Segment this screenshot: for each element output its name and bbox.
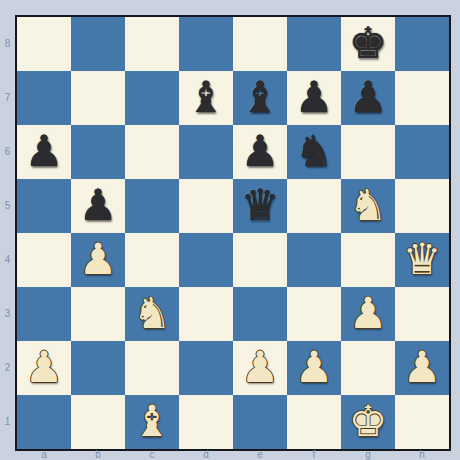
square-a4[interactable] bbox=[17, 233, 71, 287]
square-e4[interactable] bbox=[233, 233, 287, 287]
piece-black-pawn[interactable]: ♟ bbox=[17, 125, 71, 179]
square-f7[interactable]: ♟ bbox=[287, 71, 341, 125]
square-d2[interactable] bbox=[179, 341, 233, 395]
square-b2[interactable] bbox=[71, 341, 125, 395]
square-a3[interactable] bbox=[17, 287, 71, 341]
square-e8[interactable] bbox=[233, 17, 287, 71]
file-label-b: b bbox=[71, 449, 125, 460]
square-b4[interactable]: ♟ bbox=[71, 233, 125, 287]
square-c3[interactable]: ♞ bbox=[125, 287, 179, 341]
rank-label-4: 4 bbox=[0, 233, 15, 287]
rank-label-6: 6 bbox=[0, 125, 15, 179]
rank-label-5: 5 bbox=[0, 179, 15, 233]
piece-black-pawn[interactable]: ♟ bbox=[71, 179, 125, 233]
rank-label-2: 2 bbox=[0, 341, 15, 395]
square-c1[interactable]: ♝ bbox=[125, 395, 179, 449]
file-label-h: h bbox=[395, 449, 449, 460]
piece-black-king[interactable]: ♚ bbox=[341, 17, 395, 71]
square-e7[interactable]: ♝ bbox=[233, 71, 287, 125]
square-c4[interactable] bbox=[125, 233, 179, 287]
piece-white-pawn[interactable]: ♟ bbox=[17, 341, 71, 395]
square-f5[interactable] bbox=[287, 179, 341, 233]
square-e1[interactable] bbox=[233, 395, 287, 449]
square-a1[interactable] bbox=[17, 395, 71, 449]
rank-label-8: 8 bbox=[0, 17, 15, 71]
square-c6[interactable] bbox=[125, 125, 179, 179]
piece-white-knight[interactable]: ♞ bbox=[341, 179, 395, 233]
chess-app-window: 87654321 ♚♝♝♟♟♟♟♞♟♛♞♟♛♞♟♟♟♟♟♝♚ abcdefgh bbox=[0, 0, 460, 460]
piece-white-pawn[interactable]: ♟ bbox=[233, 341, 287, 395]
square-g1[interactable]: ♚ bbox=[341, 395, 395, 449]
piece-white-knight[interactable]: ♞ bbox=[125, 287, 179, 341]
square-f1[interactable] bbox=[287, 395, 341, 449]
square-h6[interactable] bbox=[395, 125, 449, 179]
square-b8[interactable] bbox=[71, 17, 125, 71]
square-c2[interactable] bbox=[125, 341, 179, 395]
square-g5[interactable]: ♞ bbox=[341, 179, 395, 233]
file-label-f: f bbox=[287, 449, 341, 460]
square-d3[interactable] bbox=[179, 287, 233, 341]
square-a5[interactable] bbox=[17, 179, 71, 233]
square-d8[interactable] bbox=[179, 17, 233, 71]
square-e6[interactable]: ♟ bbox=[233, 125, 287, 179]
rank-label-7: 7 bbox=[0, 71, 15, 125]
piece-black-bishop[interactable]: ♝ bbox=[179, 71, 233, 125]
square-a6[interactable]: ♟ bbox=[17, 125, 71, 179]
piece-black-pawn[interactable]: ♟ bbox=[341, 71, 395, 125]
square-c8[interactable] bbox=[125, 17, 179, 71]
rank-labels: 87654321 bbox=[0, 17, 15, 449]
square-a2[interactable]: ♟ bbox=[17, 341, 71, 395]
rank-label-3: 3 bbox=[0, 287, 15, 341]
file-label-c: c bbox=[125, 449, 179, 460]
square-h7[interactable] bbox=[395, 71, 449, 125]
piece-black-queen[interactable]: ♛ bbox=[233, 179, 287, 233]
piece-white-bishop[interactable]: ♝ bbox=[125, 395, 179, 449]
square-h3[interactable] bbox=[395, 287, 449, 341]
rank-label-1: 1 bbox=[0, 395, 15, 449]
square-b5[interactable]: ♟ bbox=[71, 179, 125, 233]
piece-black-bishop[interactable]: ♝ bbox=[233, 71, 287, 125]
square-e2[interactable]: ♟ bbox=[233, 341, 287, 395]
square-e5[interactable]: ♛ bbox=[233, 179, 287, 233]
file-label-e: e bbox=[233, 449, 287, 460]
square-h4[interactable]: ♛ bbox=[395, 233, 449, 287]
square-g3[interactable]: ♟ bbox=[341, 287, 395, 341]
piece-white-pawn[interactable]: ♟ bbox=[395, 341, 449, 395]
square-h8[interactable] bbox=[395, 17, 449, 71]
square-f3[interactable] bbox=[287, 287, 341, 341]
square-f4[interactable] bbox=[287, 233, 341, 287]
square-c7[interactable] bbox=[125, 71, 179, 125]
piece-black-pawn[interactable]: ♟ bbox=[287, 71, 341, 125]
square-d7[interactable]: ♝ bbox=[179, 71, 233, 125]
square-c5[interactable] bbox=[125, 179, 179, 233]
square-b3[interactable] bbox=[71, 287, 125, 341]
square-h1[interactable] bbox=[395, 395, 449, 449]
square-g7[interactable]: ♟ bbox=[341, 71, 395, 125]
square-b6[interactable] bbox=[71, 125, 125, 179]
file-labels: abcdefgh bbox=[17, 449, 449, 460]
square-f6[interactable]: ♞ bbox=[287, 125, 341, 179]
square-f8[interactable] bbox=[287, 17, 341, 71]
square-g4[interactable] bbox=[341, 233, 395, 287]
piece-white-queen[interactable]: ♛ bbox=[395, 233, 449, 287]
chess-board: ♚♝♝♟♟♟♟♞♟♛♞♟♛♞♟♟♟♟♟♝♚ bbox=[17, 17, 449, 449]
piece-black-pawn[interactable]: ♟ bbox=[233, 125, 287, 179]
piece-white-pawn[interactable]: ♟ bbox=[341, 287, 395, 341]
square-a8[interactable] bbox=[17, 17, 71, 71]
square-b7[interactable] bbox=[71, 71, 125, 125]
square-b1[interactable] bbox=[71, 395, 125, 449]
square-g8[interactable]: ♚ bbox=[341, 17, 395, 71]
file-label-d: d bbox=[179, 449, 233, 460]
file-label-g: g bbox=[341, 449, 395, 460]
piece-white-pawn[interactable]: ♟ bbox=[287, 341, 341, 395]
square-e3[interactable] bbox=[233, 287, 287, 341]
square-d5[interactable] bbox=[179, 179, 233, 233]
board-frame: ♚♝♝♟♟♟♟♞♟♛♞♟♛♞♟♟♟♟♟♝♚ bbox=[15, 15, 451, 451]
square-a7[interactable] bbox=[17, 71, 71, 125]
square-d6[interactable] bbox=[179, 125, 233, 179]
square-f2[interactable]: ♟ bbox=[287, 341, 341, 395]
square-g6[interactable] bbox=[341, 125, 395, 179]
piece-black-knight[interactable]: ♞ bbox=[287, 125, 341, 179]
piece-white-pawn[interactable]: ♟ bbox=[71, 233, 125, 287]
piece-white-king[interactable]: ♚ bbox=[341, 395, 395, 449]
square-d1[interactable] bbox=[179, 395, 233, 449]
file-label-a: a bbox=[17, 449, 71, 460]
square-g2[interactable] bbox=[341, 341, 395, 395]
square-d4[interactable] bbox=[179, 233, 233, 287]
square-h2[interactable]: ♟ bbox=[395, 341, 449, 395]
square-h5[interactable] bbox=[395, 179, 449, 233]
